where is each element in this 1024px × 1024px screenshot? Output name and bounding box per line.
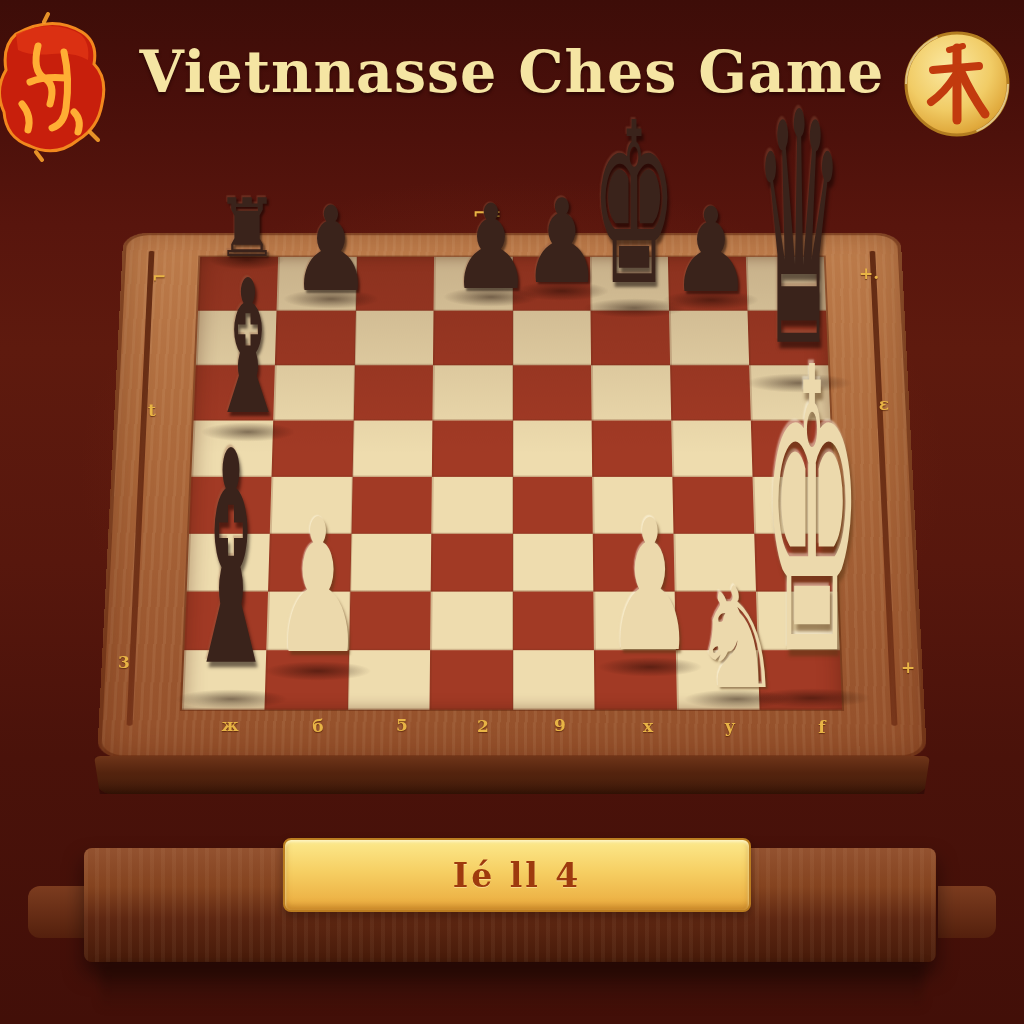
black-king-f7[interactable]: ♚ <box>591 94 676 317</box>
vietnamese-chess-game-screen: { "game": "chess", "header": { "title": … <box>0 0 1024 1024</box>
black-pawn-g8[interactable]: ♟ <box>671 192 752 309</box>
white-pawn-f1[interactable]: ♟ <box>606 496 694 677</box>
bar-reflection <box>100 964 924 1010</box>
bar-left-handle <box>28 886 86 938</box>
black-pawn-e8[interactable]: ♟ <box>523 184 602 300</box>
black-pawn-b8[interactable]: ♟ <box>291 191 372 308</box>
name-plaque-button[interactable]: Ié ll 4 <box>283 838 751 912</box>
white-king-h1[interactable]: ♚ <box>762 317 862 709</box>
white-pawn-b1[interactable]: ♟ <box>273 496 363 681</box>
bar-right-handle <box>938 886 996 938</box>
